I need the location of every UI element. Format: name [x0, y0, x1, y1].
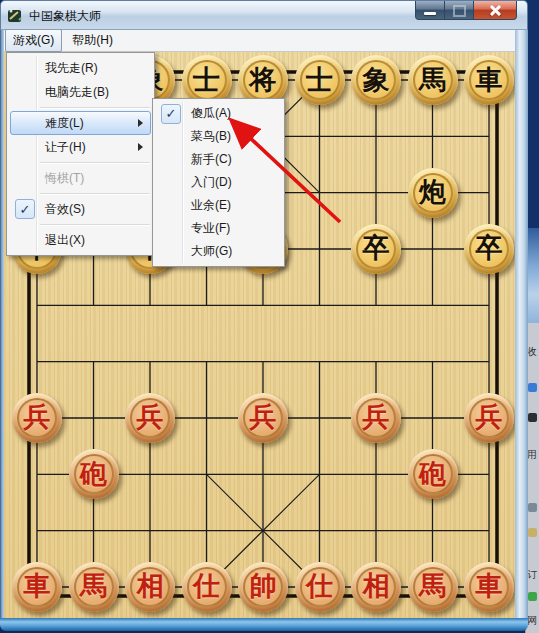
minimize-icon [424, 12, 436, 15]
backdrop-icon [528, 592, 537, 601]
menu-item-label: 专业(F) [185, 220, 230, 237]
piece-label: 相 [137, 573, 164, 600]
submenu-arrow-icon [138, 119, 143, 127]
menubar-item-game[interactable]: 游戏(G) [5, 29, 62, 52]
menubar-item-help[interactable]: 帮助(H) [64, 29, 121, 52]
piece-red-兵[interactable]: 兵 [464, 393, 514, 443]
backdrop-icon [528, 413, 537, 422]
piece-red-帥[interactable]: 帥 [238, 562, 288, 612]
difficulty-item[interactable]: ✓傻瓜(A) [156, 102, 281, 125]
backdrop-icon [528, 383, 537, 392]
menu-item-label: 业余(E) [185, 197, 231, 214]
piece-red-兵[interactable]: 兵 [238, 393, 288, 443]
game-menu-item[interactable]: ✓音效(S) [10, 197, 151, 221]
menu-separator [40, 224, 150, 225]
submenu-arrow-icon [138, 143, 143, 151]
piece-red-車[interactable]: 車 [464, 562, 514, 612]
backdrop-text: 用 [527, 448, 539, 462]
menu-gutter [11, 229, 39, 251]
difficulty-submenu: ✓傻瓜(A)菜鸟(B)新手(C)入门(D)业余(E)专业(F)大师(G) [152, 98, 285, 267]
piece-label: 兵 [476, 404, 503, 431]
menu-item-label: 让子(H) [39, 139, 86, 156]
window-controls [415, 1, 517, 21]
piece-label: 士 [306, 67, 333, 94]
difficulty-item[interactable]: 新手(C) [156, 148, 281, 171]
menu-item-label: 我先走(R) [39, 60, 98, 77]
game-menu-item[interactable]: 退出(X) [10, 228, 151, 252]
piece-label: 卒 [363, 235, 390, 262]
piece-red-馬[interactable]: 馬 [408, 562, 458, 612]
piece-label: 車 [24, 573, 51, 600]
menu-item-label: 大师(G) [185, 243, 232, 260]
piece-black-士[interactable]: 士 [295, 55, 345, 105]
backdrop-text: 收 [527, 345, 539, 359]
piece-label: 砲 [419, 461, 446, 488]
menu-item-label: 菜鸟(B) [185, 128, 231, 145]
piece-black-炮[interactable]: 炮 [408, 168, 458, 218]
game-menu-item[interactable]: 我先走(R) [10, 56, 151, 80]
menu-gutter [157, 195, 185, 216]
piece-label: 車 [476, 67, 503, 94]
menu-item-label: 电脑先走(B) [39, 84, 109, 101]
window-border-bottom [0, 618, 528, 631]
piece-red-相[interactable]: 相 [125, 562, 175, 612]
piece-black-象[interactable]: 象 [351, 55, 401, 105]
piece-label: 相 [363, 573, 390, 600]
difficulty-item[interactable]: 业余(E) [156, 194, 281, 217]
piece-red-相[interactable]: 相 [351, 562, 401, 612]
close-icon [489, 4, 501, 16]
maximize-button[interactable] [445, 1, 473, 20]
piece-label: 兵 [363, 404, 390, 431]
menu-item-label: 悔棋(T) [39, 170, 84, 187]
piece-red-馬[interactable]: 馬 [69, 562, 119, 612]
menu-gutter [11, 112, 39, 134]
piece-label: 砲 [80, 461, 107, 488]
piece-label: 馬 [419, 573, 446, 600]
piece-label: 帥 [250, 573, 277, 600]
piece-label: 馬 [80, 573, 107, 600]
minimize-button[interactable] [415, 1, 445, 20]
piece-label: 車 [476, 573, 503, 600]
piece-label: 象 [363, 67, 390, 94]
difficulty-item[interactable]: 入门(D) [156, 171, 281, 194]
backdrop-text: 网 [527, 614, 539, 628]
piece-red-兵[interactable]: 兵 [125, 393, 175, 443]
window-border-left [0, 30, 4, 618]
close-button[interactable] [473, 1, 517, 20]
menu-item-label: 退出(X) [39, 232, 85, 249]
backdrop-icon [528, 528, 537, 537]
piece-red-兵[interactable]: 兵 [351, 393, 401, 443]
piece-label: 仕 [306, 573, 333, 600]
menu-item-label: 音效(S) [39, 201, 85, 218]
piece-red-仕[interactable]: 仕 [295, 562, 345, 612]
piece-label: 士 [193, 67, 220, 94]
piece-label: 兵 [137, 404, 164, 431]
menu-gutter [11, 81, 39, 103]
menu-gutter [157, 241, 185, 262]
piece-black-卒[interactable]: 卒 [351, 224, 401, 274]
checkmark-icon: ✓ [161, 104, 181, 124]
piece-red-砲[interactable]: 砲 [408, 449, 458, 499]
piece-label: 卒 [476, 235, 503, 262]
checkmark-icon: ✓ [15, 199, 35, 219]
piece-label: 兵 [24, 404, 51, 431]
menu-item-label: 新手(C) [185, 151, 232, 168]
check-icon: ✓ [11, 198, 39, 220]
menu-gutter [157, 218, 185, 239]
piece-black-卒[interactable]: 卒 [464, 224, 514, 274]
menu-gutter [157, 126, 185, 147]
menu-item-label: 傻瓜(A) [185, 105, 231, 122]
piece-label: 仕 [193, 573, 220, 600]
menu-gutter [11, 57, 39, 79]
piece-label: 馬 [419, 67, 446, 94]
piece-red-車[interactable]: 車 [12, 562, 62, 612]
piece-black-車[interactable]: 車 [464, 55, 514, 105]
window-title: 中国象棋大师 [29, 8, 101, 25]
menu-item-label: 入门(D) [185, 174, 232, 191]
menubar: 游戏(G) 帮助(H) [1, 30, 527, 52]
maximize-icon [453, 5, 466, 17]
piece-label: 兵 [250, 404, 277, 431]
difficulty-item[interactable]: 大师(G) [156, 240, 281, 263]
game-menu-item[interactable]: 让子(H) [10, 135, 151, 159]
difficulty-item[interactable]: 菜鸟(B) [156, 125, 281, 148]
menu-gutter [11, 167, 39, 189]
game-menu-item[interactable]: 难度(L) [10, 111, 151, 135]
titlebar[interactable]: 中国象棋大师 [0, 0, 528, 30]
app-icon [7, 7, 24, 24]
game-menu-item[interactable]: 悔棋(T) [10, 166, 151, 190]
piece-black-馬[interactable]: 馬 [408, 55, 458, 105]
check-icon: ✓ [157, 103, 185, 124]
piece-label: 炮 [419, 179, 446, 206]
piece-red-兵[interactable]: 兵 [12, 393, 62, 443]
piece-red-仕[interactable]: 仕 [182, 562, 232, 612]
piece-label: 将 [250, 67, 277, 94]
screen: { "window": {"title": "中国象棋大师"}, "menuba… [0, 0, 539, 633]
menu-gutter [11, 136, 39, 158]
menu-separator [40, 193, 150, 194]
menu-item-label: 难度(L) [39, 115, 84, 132]
piece-red-砲[interactable]: 砲 [69, 449, 119, 499]
difficulty-item[interactable]: 专业(F) [156, 217, 281, 240]
backdrop-text: 订 [527, 568, 539, 582]
window-border-right [515, 30, 528, 618]
menu-separator [40, 107, 150, 108]
menu-gutter [157, 172, 185, 193]
game-menu-item[interactable]: 电脑先走(B) [10, 80, 151, 104]
game-menu: 我先走(R)电脑先走(B)难度(L)让子(H)悔棋(T)✓音效(S)退出(X) [6, 52, 155, 256]
menu-separator [40, 162, 150, 163]
backdrop-icon [528, 503, 537, 512]
menu-gutter [157, 149, 185, 170]
